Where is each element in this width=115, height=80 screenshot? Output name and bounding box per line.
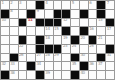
clue-number: 3 bbox=[19, 1, 21, 5]
white-cell[interactable] bbox=[106, 62, 114, 70]
white-cell[interactable] bbox=[89, 71, 97, 79]
clue-number: 12 bbox=[63, 18, 67, 22]
white-cell[interactable]: 32 bbox=[1, 62, 9, 70]
white-cell[interactable]: 20 bbox=[80, 36, 88, 44]
clue-number: 37 bbox=[98, 62, 102, 66]
clue-number: 9 bbox=[37, 9, 39, 13]
black-cell bbox=[27, 62, 35, 70]
white-cell[interactable]: 18 bbox=[45, 36, 53, 44]
clue-number: 35 bbox=[72, 62, 76, 66]
black-cell bbox=[62, 27, 70, 35]
clue-number: 18 bbox=[45, 36, 49, 40]
white-cell[interactable] bbox=[1, 27, 9, 35]
clue-number: 31 bbox=[107, 53, 111, 57]
white-cell[interactable]: 16 bbox=[89, 27, 97, 35]
clue-number: 13 bbox=[98, 18, 102, 22]
black-cell bbox=[19, 19, 27, 27]
white-cell[interactable] bbox=[27, 54, 35, 62]
clue-number: 14 bbox=[45, 27, 49, 31]
clue-number: 27 bbox=[37, 53, 41, 57]
white-cell[interactable]: 35 bbox=[71, 62, 79, 70]
black-cell bbox=[71, 71, 79, 79]
white-cell[interactable] bbox=[1, 36, 9, 44]
clue-number: 32 bbox=[2, 62, 6, 66]
white-cell[interactable] bbox=[27, 27, 35, 35]
white-cell[interactable] bbox=[19, 71, 27, 79]
black-cell bbox=[80, 10, 88, 18]
clue-number: 28 bbox=[45, 53, 49, 57]
white-cell[interactable] bbox=[19, 10, 27, 18]
clue-number: 19 bbox=[63, 36, 67, 40]
white-cell[interactable]: 31 bbox=[106, 54, 114, 62]
white-cell[interactable]: 7 bbox=[106, 1, 114, 9]
white-cell[interactable]: 9 bbox=[36, 10, 44, 18]
white-cell[interactable] bbox=[27, 1, 35, 9]
white-cell[interactable] bbox=[97, 71, 105, 79]
clue-number: 38 bbox=[10, 71, 14, 75]
white-cell[interactable] bbox=[27, 36, 35, 44]
clue-number: 23 bbox=[63, 44, 67, 48]
black-cell bbox=[80, 27, 88, 35]
white-cell[interactable]: 40 bbox=[80, 71, 88, 79]
white-cell[interactable]: 30 bbox=[80, 54, 88, 62]
clue-number: 10 bbox=[2, 18, 6, 22]
white-cell[interactable] bbox=[62, 62, 70, 70]
white-cell[interactable]: 8 bbox=[10, 10, 18, 18]
white-cell[interactable]: 1 bbox=[1, 1, 9, 9]
clue-number: 21 bbox=[98, 36, 102, 40]
white-cell[interactable] bbox=[54, 1, 62, 9]
white-cell[interactable] bbox=[106, 36, 114, 44]
white-cell[interactable] bbox=[71, 27, 79, 35]
white-cell[interactable] bbox=[106, 10, 114, 18]
white-cell[interactable] bbox=[89, 10, 97, 18]
white-cell[interactable]: 25 bbox=[89, 45, 97, 53]
clue-number: 39 bbox=[45, 71, 49, 75]
white-cell[interactable] bbox=[19, 27, 27, 35]
white-cell[interactable]: 4 bbox=[45, 1, 53, 9]
white-cell[interactable]: 14 bbox=[45, 27, 53, 35]
white-cell[interactable]: 29 bbox=[54, 54, 62, 62]
white-cell[interactable]: 5 bbox=[71, 1, 79, 9]
white-cell[interactable] bbox=[10, 27, 18, 35]
clue-number: 1 bbox=[2, 1, 4, 5]
white-cell[interactable]: 15 bbox=[54, 27, 62, 35]
white-cell[interactable]: 38 bbox=[10, 71, 18, 79]
white-cell[interactable] bbox=[27, 45, 35, 53]
white-cell[interactable] bbox=[80, 19, 88, 27]
white-cell[interactable] bbox=[71, 10, 79, 18]
clue-number: 25 bbox=[89, 44, 93, 48]
white-cell[interactable] bbox=[80, 1, 88, 9]
clue-number: 22 bbox=[19, 44, 23, 48]
white-cell[interactable]: 10 bbox=[1, 19, 9, 27]
white-cell[interactable] bbox=[10, 36, 18, 44]
white-cell[interactable] bbox=[54, 62, 62, 70]
clue-number: 36 bbox=[89, 62, 93, 66]
white-cell[interactable] bbox=[97, 45, 105, 53]
black-cell bbox=[97, 1, 105, 9]
highlighted-clue-number: 11 bbox=[28, 18, 33, 22]
white-cell[interactable]: 13 bbox=[97, 19, 105, 27]
clue-number: 24 bbox=[72, 44, 76, 48]
white-cell[interactable] bbox=[62, 54, 70, 62]
white-cell[interactable] bbox=[62, 1, 70, 9]
white-cell[interactable]: 39 bbox=[45, 71, 53, 79]
black-cell bbox=[36, 19, 44, 27]
clue-number: 16 bbox=[89, 27, 93, 31]
black-cell bbox=[1, 71, 9, 79]
white-cell[interactable]: 11 bbox=[27, 19, 35, 27]
white-cell[interactable] bbox=[36, 27, 44, 35]
white-cell[interactable]: 36 bbox=[89, 62, 97, 70]
white-cell[interactable] bbox=[27, 71, 35, 79]
clue-number: 34 bbox=[37, 62, 41, 66]
clue-number: 26 bbox=[19, 53, 23, 57]
white-cell[interactable] bbox=[71, 19, 79, 27]
white-cell[interactable]: 24 bbox=[71, 45, 79, 53]
clue-number: 20 bbox=[80, 36, 84, 40]
clue-number: 5 bbox=[72, 1, 74, 5]
white-cell[interactable]: 12 bbox=[62, 19, 70, 27]
crossword-grid: 1234567891011121314151617181920212223242… bbox=[0, 0, 115, 80]
white-cell[interactable]: 34 bbox=[36, 62, 44, 70]
white-cell[interactable]: 3 bbox=[19, 1, 27, 9]
white-cell[interactable] bbox=[54, 71, 62, 79]
clue-number: 40 bbox=[80, 71, 84, 75]
black-cell bbox=[36, 36, 44, 44]
white-cell[interactable]: 28 bbox=[45, 54, 53, 62]
black-cell bbox=[36, 71, 44, 79]
white-cell[interactable]: 17 bbox=[106, 27, 114, 35]
white-cell[interactable] bbox=[10, 19, 18, 27]
clue-number: 17 bbox=[107, 27, 111, 31]
white-cell[interactable] bbox=[54, 36, 62, 44]
clue-number: 4 bbox=[45, 1, 47, 5]
white-cell[interactable]: 6 bbox=[89, 1, 97, 9]
clue-number: 2 bbox=[10, 1, 12, 5]
white-cell[interactable] bbox=[106, 71, 114, 79]
white-cell[interactable]: 26 bbox=[19, 54, 27, 62]
black-cell bbox=[54, 10, 62, 18]
white-cell[interactable] bbox=[1, 45, 9, 53]
white-cell[interactable] bbox=[19, 62, 27, 70]
white-cell[interactable]: 23 bbox=[62, 45, 70, 53]
crossword-board: 1234567891011121314151617181920212223242… bbox=[0, 0, 115, 80]
clue-number: 6 bbox=[89, 1, 91, 5]
clue-number: 7 bbox=[107, 1, 109, 5]
clue-number: 8 bbox=[10, 9, 12, 13]
clue-number: 33 bbox=[10, 62, 14, 66]
clue-number: 29 bbox=[54, 53, 58, 57]
white-cell[interactable] bbox=[62, 71, 70, 79]
white-cell[interactable] bbox=[10, 45, 18, 53]
white-cell[interactable]: 37 bbox=[97, 62, 105, 70]
white-cell[interactable]: 21 bbox=[97, 36, 105, 44]
white-cell[interactable] bbox=[45, 10, 53, 18]
clue-number: 30 bbox=[80, 53, 84, 57]
white-cell[interactable] bbox=[97, 27, 105, 35]
clue-number: 15 bbox=[54, 27, 58, 31]
